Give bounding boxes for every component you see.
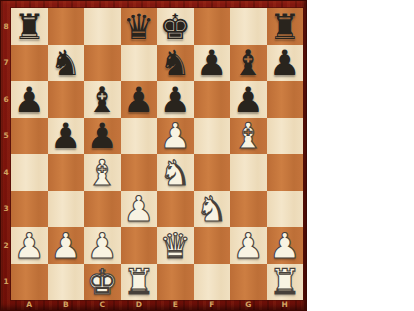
piece-white-pawn[interactable]: ♟ (123, 192, 154, 227)
piece-white-king[interactable]: ♚ (87, 265, 118, 300)
square-a8[interactable]: ♜ (11, 8, 48, 45)
square-d1[interactable]: ♜ (121, 264, 158, 301)
square-a2[interactable]: ♟ (11, 227, 48, 264)
square-g7[interactable]: ♝ (230, 45, 267, 82)
piece-white-pawn[interactable]: ♟ (233, 229, 264, 264)
square-a4[interactable] (11, 154, 48, 191)
piece-black-pawn[interactable]: ♟ (87, 119, 118, 154)
square-f7[interactable]: ♟ (194, 45, 231, 82)
piece-black-queen[interactable]: ♛ (123, 10, 154, 45)
file-label-f: F (194, 299, 231, 311)
square-g5[interactable]: ♝ (230, 118, 267, 155)
file-label-c: C (84, 299, 121, 311)
file-label-h: H (267, 299, 304, 311)
square-g2[interactable]: ♟ (230, 227, 267, 264)
piece-black-knight[interactable]: ♞ (160, 46, 191, 81)
square-g4[interactable] (230, 154, 267, 191)
piece-black-rook[interactable]: ♜ (14, 10, 45, 45)
piece-black-pawn[interactable]: ♟ (196, 46, 227, 81)
rank-label-7: 7 (1, 45, 11, 82)
file-label-a: A (11, 299, 48, 311)
file-label-e: E (157, 299, 194, 311)
square-b2[interactable]: ♟ (48, 227, 85, 264)
square-e4[interactable]: ♞ (157, 154, 194, 191)
square-c4[interactable]: ♝ (84, 154, 121, 191)
piece-black-king[interactable]: ♚ (160, 10, 191, 45)
piece-black-knight[interactable]: ♞ (50, 46, 81, 81)
rank-label-8: 8 (1, 8, 11, 45)
square-h2[interactable]: ♟ (267, 227, 304, 264)
square-b8[interactable] (48, 8, 85, 45)
square-a1[interactable] (11, 264, 48, 301)
square-h6[interactable] (267, 81, 304, 118)
square-f6[interactable] (194, 81, 231, 118)
square-h4[interactable] (267, 154, 304, 191)
square-c6[interactable]: ♝ (84, 81, 121, 118)
square-c2[interactable]: ♟ (84, 227, 121, 264)
square-f5[interactable] (194, 118, 231, 155)
square-b7[interactable]: ♞ (48, 45, 85, 82)
square-c5[interactable]: ♟ (84, 118, 121, 155)
square-c1[interactable]: ♚ (84, 264, 121, 301)
square-b4[interactable] (48, 154, 85, 191)
piece-white-rook[interactable]: ♜ (269, 265, 300, 300)
piece-white-queen[interactable]: ♛ (160, 229, 191, 264)
square-h5[interactable] (267, 118, 304, 155)
square-e1[interactable] (157, 264, 194, 301)
square-d7[interactable] (121, 45, 158, 82)
square-g1[interactable] (230, 264, 267, 301)
square-e5[interactable]: ♟ (157, 118, 194, 155)
square-h7[interactable]: ♟ (267, 45, 304, 82)
rank-label-3: 3 (1, 191, 11, 228)
rank-labels: 87654321 (1, 8, 11, 300)
file-label-d: D (121, 299, 158, 311)
square-b1[interactable] (48, 264, 85, 301)
piece-black-pawn[interactable]: ♟ (123, 83, 154, 118)
piece-white-knight[interactable]: ♞ (196, 192, 227, 227)
chess-board: ♜♛♚♜♞♞♟♝♟♟♝♟♟♟♟♟♟♝♝♞♟♞♟♟♟♛♟♟♚♜♜ (11, 8, 303, 300)
rank-label-5: 5 (1, 118, 11, 155)
square-d3[interactable]: ♟ (121, 191, 158, 228)
rank-label-4: 4 (1, 154, 11, 191)
square-f3[interactable]: ♞ (194, 191, 231, 228)
piece-black-pawn[interactable]: ♟ (50, 119, 81, 154)
square-e2[interactable]: ♛ (157, 227, 194, 264)
square-g3[interactable] (230, 191, 267, 228)
file-labels: ABCDEFGH (11, 299, 303, 311)
square-d5[interactable] (121, 118, 158, 155)
piece-white-knight[interactable]: ♞ (160, 156, 191, 191)
piece-black-rook[interactable]: ♜ (269, 10, 300, 45)
square-b5[interactable]: ♟ (48, 118, 85, 155)
file-label-g: G (230, 299, 267, 311)
square-a6[interactable]: ♟ (11, 81, 48, 118)
square-b6[interactable] (48, 81, 85, 118)
square-b3[interactable] (48, 191, 85, 228)
square-e3[interactable] (157, 191, 194, 228)
square-h3[interactable] (267, 191, 304, 228)
rank-label-2: 2 (1, 227, 11, 264)
square-f2[interactable] (194, 227, 231, 264)
piece-white-bishop[interactable]: ♝ (233, 119, 264, 154)
square-a3[interactable] (11, 191, 48, 228)
square-c3[interactable] (84, 191, 121, 228)
piece-white-pawn[interactable]: ♟ (87, 229, 118, 264)
piece-black-bishop[interactable]: ♝ (87, 83, 118, 118)
square-a7[interactable] (11, 45, 48, 82)
piece-white-pawn[interactable]: ♟ (269, 229, 300, 264)
square-e8[interactable]: ♚ (157, 8, 194, 45)
square-c7[interactable] (84, 45, 121, 82)
board-frame: 87654321 ♜♛♚♜♞♞♟♝♟♟♝♟♟♟♟♟♟♝♝♞♟♞♟♟♟♛♟♟♚♜♜… (0, 0, 307, 311)
square-d2[interactable] (121, 227, 158, 264)
piece-black-pawn[interactable]: ♟ (269, 46, 300, 81)
square-h1[interactable]: ♜ (267, 264, 304, 301)
square-a5[interactable] (11, 118, 48, 155)
square-e6[interactable]: ♟ (157, 81, 194, 118)
piece-white-rook[interactable]: ♜ (123, 265, 154, 300)
square-g6[interactable]: ♟ (230, 81, 267, 118)
square-g8[interactable] (230, 8, 267, 45)
piece-white-pawn[interactable]: ♟ (160, 119, 191, 154)
square-h8[interactable]: ♜ (267, 8, 304, 45)
piece-white-bishop[interactable]: ♝ (87, 156, 118, 191)
square-f1[interactable] (194, 264, 231, 301)
piece-white-pawn[interactable]: ♟ (14, 229, 45, 264)
rank-label-1: 1 (1, 264, 11, 301)
piece-white-pawn[interactable]: ♟ (50, 229, 81, 264)
square-d6[interactable]: ♟ (121, 81, 158, 118)
file-label-b: B (48, 299, 85, 311)
square-d8[interactable]: ♛ (121, 8, 158, 45)
square-f4[interactable] (194, 154, 231, 191)
piece-black-pawn[interactable]: ♟ (14, 83, 45, 118)
square-d4[interactable] (121, 154, 158, 191)
piece-black-pawn[interactable]: ♟ (160, 83, 191, 118)
piece-black-pawn[interactable]: ♟ (233, 83, 264, 118)
rank-label-6: 6 (1, 81, 11, 118)
square-c8[interactable] (84, 8, 121, 45)
square-e7[interactable]: ♞ (157, 45, 194, 82)
piece-black-bishop[interactable]: ♝ (233, 46, 264, 81)
square-f8[interactable] (194, 8, 231, 45)
